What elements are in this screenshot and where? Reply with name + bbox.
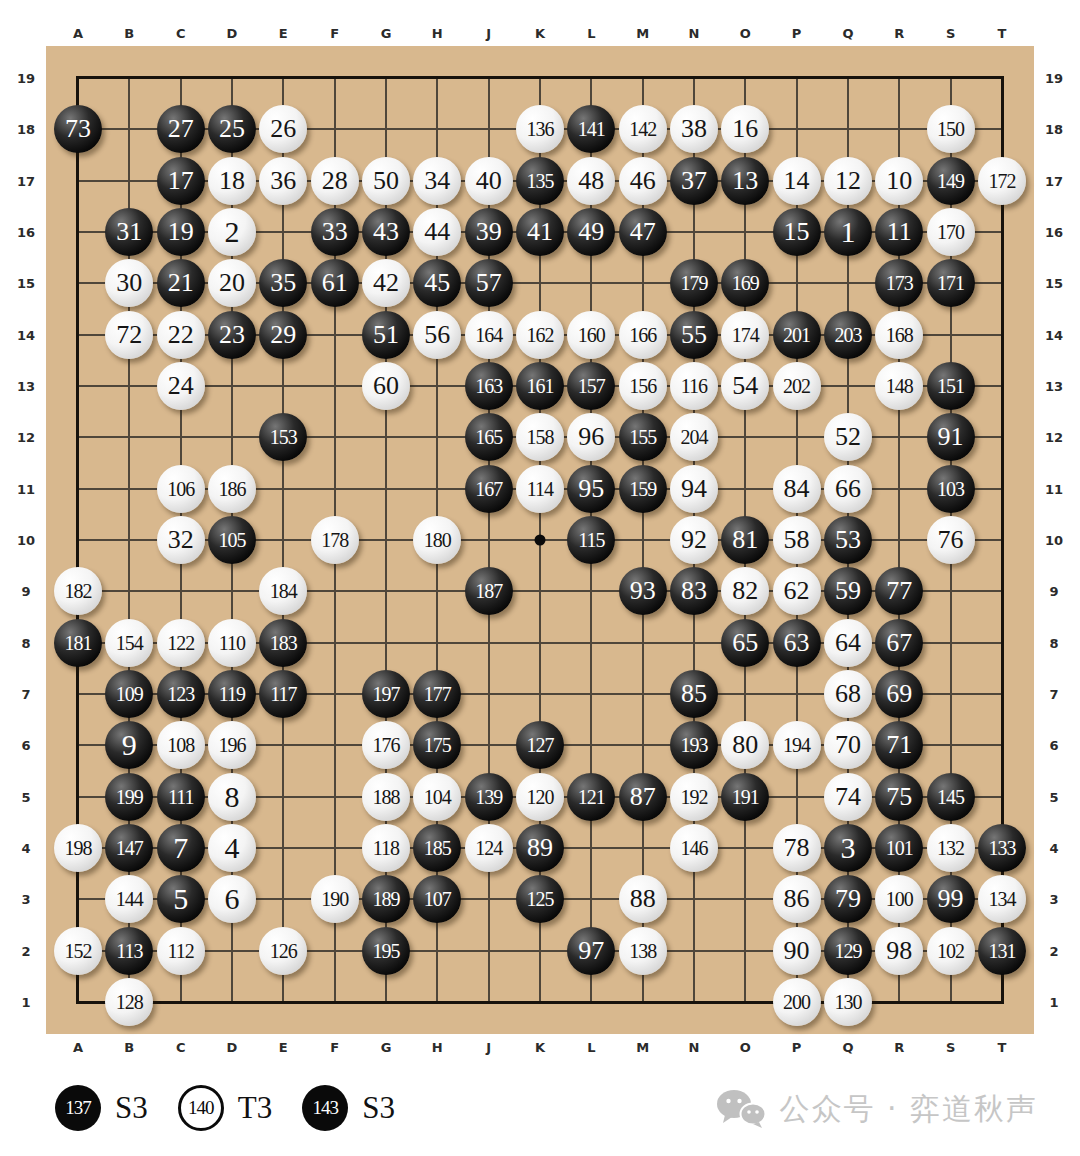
- stone-C11: 106: [157, 465, 205, 513]
- stone-number: 108: [167, 735, 194, 755]
- stone-number: 78: [784, 835, 810, 861]
- stone-number: 86: [784, 886, 810, 912]
- coord-label-bottom: F: [330, 1040, 339, 1055]
- stone-number: 99: [938, 886, 964, 912]
- stone-number: 23: [219, 322, 245, 348]
- stone-C17: 17: [157, 157, 205, 205]
- stone-number: 177: [424, 684, 451, 704]
- stone-F10: 178: [311, 516, 359, 564]
- stone-number: 53: [835, 527, 861, 553]
- coord-label-left: 18: [17, 122, 35, 137]
- stone-E9: 184: [259, 567, 307, 615]
- stone-J15: 57: [465, 259, 513, 307]
- stone-P6: 194: [773, 721, 821, 769]
- coord-label-top: D: [227, 26, 238, 41]
- stone-L17: 48: [567, 157, 615, 205]
- stone-number: 187: [475, 581, 502, 601]
- stone-R4: 101: [875, 824, 923, 872]
- stone-number: 130: [834, 992, 861, 1012]
- stone-Q7: 68: [824, 670, 872, 718]
- stone-number: 178: [321, 530, 348, 550]
- stone-number: 31: [116, 219, 142, 245]
- stone-number: 84: [784, 476, 810, 502]
- stone-B15: 30: [105, 259, 153, 307]
- stone-C4: 7: [157, 824, 205, 872]
- stone-J13: 163: [465, 362, 513, 410]
- stone-number: 136: [526, 119, 553, 139]
- stone-J14: 164: [465, 311, 513, 359]
- coord-label-bottom: T: [998, 1040, 1007, 1055]
- stone-P3: 86: [773, 875, 821, 923]
- coord-label-left: 11: [17, 481, 35, 496]
- stone-number: 195: [372, 941, 399, 961]
- stone-M5: 87: [619, 773, 667, 821]
- stone-number: 189: [372, 889, 399, 909]
- stone-G17: 50: [362, 157, 410, 205]
- stone-number: 179: [680, 273, 707, 293]
- stone-number: 200: [783, 992, 810, 1012]
- stone-C14: 22: [157, 311, 205, 359]
- stone-J16: 39: [465, 208, 513, 256]
- coord-label-right: 16: [1045, 224, 1063, 239]
- stone-number: 133: [988, 838, 1015, 858]
- stone-number: 156: [629, 376, 656, 396]
- stone-L14: 160: [567, 311, 615, 359]
- stone-number: 183: [270, 633, 297, 653]
- stone-E2: 126: [259, 927, 307, 975]
- stone-number: 106: [167, 479, 194, 499]
- stone-N12: 204: [670, 413, 718, 461]
- stone-S3: 99: [927, 875, 975, 923]
- stone-number: 204: [680, 427, 707, 447]
- stone-number: 34: [424, 168, 450, 194]
- coord-label-bottom: C: [176, 1040, 186, 1055]
- stone-number: 186: [218, 479, 245, 499]
- stone-N13: 116: [670, 362, 718, 410]
- coord-label-bottom: Q: [842, 1040, 853, 1055]
- stone-number: 196: [218, 735, 245, 755]
- stone-number: 43: [373, 219, 399, 245]
- stone-number: 175: [424, 735, 451, 755]
- stone-number: 81: [732, 527, 758, 553]
- stone-number: 94: [681, 476, 707, 502]
- legend: 137 S3 140 T3 143 S3: [55, 1083, 425, 1133]
- stone-number: 161: [526, 376, 553, 396]
- stone-number: 194: [783, 735, 810, 755]
- stone-M11: 159: [619, 465, 667, 513]
- stone-H14: 56: [413, 311, 461, 359]
- coord-label-bottom: E: [279, 1040, 288, 1055]
- stone-number: 120: [526, 787, 553, 807]
- stone-number: 180: [424, 530, 451, 550]
- stone-D6: 196: [208, 721, 256, 769]
- stone-number: 54: [732, 373, 758, 399]
- stone-number: 50: [373, 168, 399, 194]
- coord-label-top: T: [998, 26, 1007, 41]
- coord-label-left: 4: [21, 840, 30, 855]
- stone-G13: 60: [362, 362, 410, 410]
- stone-number: 141: [578, 119, 605, 139]
- stone-K6: 127: [516, 721, 564, 769]
- coord-label-top: B: [124, 26, 134, 41]
- stone-R15: 173: [875, 259, 923, 307]
- coord-label-top: E: [279, 26, 288, 41]
- legend-label: T3: [238, 1090, 272, 1126]
- stone-number: 25: [219, 116, 245, 142]
- stone-number: 75: [886, 784, 912, 810]
- stone-number: 199: [116, 787, 143, 807]
- stone-Q6: 70: [824, 721, 872, 769]
- stone-B5: 199: [105, 773, 153, 821]
- stone-number: 201: [783, 325, 810, 345]
- stone-number: 2: [224, 217, 239, 247]
- stone-Q2: 129: [824, 927, 872, 975]
- stone-L12: 96: [567, 413, 615, 461]
- stone-C18: 27: [157, 105, 205, 153]
- coord-label-right: 12: [1045, 430, 1063, 445]
- stone-P16: 15: [773, 208, 821, 256]
- stone-number: 58: [784, 527, 810, 553]
- wechat-icon: [715, 1089, 767, 1129]
- coord-label-left: 6: [21, 738, 30, 753]
- stone-L16: 49: [567, 208, 615, 256]
- stone-F16: 33: [311, 208, 359, 256]
- stone-number: 203: [834, 325, 861, 345]
- stone-number: 72: [116, 322, 142, 348]
- stone-number: 159: [629, 479, 656, 499]
- stone-B4: 147: [105, 824, 153, 872]
- coord-label-bottom: B: [124, 1040, 134, 1055]
- stone-number: 193: [680, 735, 707, 755]
- stone-O8: 65: [721, 619, 769, 667]
- stone-S11: 103: [927, 465, 975, 513]
- stone-C5: 111: [157, 773, 205, 821]
- coord-label-bottom: G: [381, 1040, 392, 1055]
- stone-number: 46: [630, 168, 656, 194]
- stone-number: 39: [476, 219, 502, 245]
- stone-S17: 149: [927, 157, 975, 205]
- coord-label-bottom: R: [894, 1040, 904, 1055]
- coord-label-top: O: [740, 26, 751, 41]
- stone-B2: 113: [105, 927, 153, 975]
- stone-B6: 9: [105, 721, 153, 769]
- stone-number: 44: [424, 219, 450, 245]
- stone-C2: 112: [157, 927, 205, 975]
- stone-number: 61: [322, 270, 348, 296]
- stone-G15: 42: [362, 259, 410, 307]
- stone-number: 8: [224, 782, 239, 812]
- stone-number: 129: [834, 941, 861, 961]
- stone-number: 150: [937, 119, 964, 139]
- coord-label-top: M: [636, 26, 649, 41]
- stone-number: 82: [732, 578, 758, 604]
- coord-label-left: 13: [17, 378, 35, 393]
- coord-label-top: P: [792, 26, 802, 41]
- stone-number: 102: [937, 941, 964, 961]
- stone-number: 103: [937, 479, 964, 499]
- stone-N10: 92: [670, 516, 718, 564]
- stone-number: 63: [784, 630, 810, 656]
- stone-number: 117: [270, 684, 296, 704]
- legend-stone-number: 137: [65, 1097, 91, 1119]
- stone-O6: 80: [721, 721, 769, 769]
- stone-C15: 21: [157, 259, 205, 307]
- stone-M9: 93: [619, 567, 667, 615]
- coord-label-left: 8: [21, 635, 30, 650]
- stone-number: 56: [424, 322, 450, 348]
- coord-label-left: 5: [21, 789, 30, 804]
- stone-Q1: 130: [824, 978, 872, 1026]
- stone-F3: 190: [311, 875, 359, 923]
- stone-C8: 122: [157, 619, 205, 667]
- stone-C7: 123: [157, 670, 205, 718]
- stone-N4: 146: [670, 824, 718, 872]
- stone-number: 163: [475, 376, 502, 396]
- stone-number: 134: [988, 889, 1015, 909]
- stone-M14: 166: [619, 311, 667, 359]
- stone-number: 51: [373, 322, 399, 348]
- stone-number: 154: [116, 633, 143, 653]
- legend-stone-black-143: 143: [302, 1085, 348, 1131]
- stone-number: 29: [270, 322, 296, 348]
- stone-N7: 85: [670, 670, 718, 718]
- stone-number: 64: [835, 630, 861, 656]
- stone-K17: 135: [516, 157, 564, 205]
- coord-label-right: 3: [1049, 892, 1058, 907]
- stone-H4: 185: [413, 824, 461, 872]
- stone-D8: 110: [208, 619, 256, 667]
- stone-number: 147: [116, 838, 143, 858]
- coord-label-bottom: A: [73, 1040, 83, 1055]
- coord-label-right: 15: [1045, 276, 1063, 291]
- stone-number: 132: [937, 838, 964, 858]
- stone-number: 40: [476, 168, 502, 194]
- coord-label-top: H: [432, 26, 443, 41]
- stone-number: 41: [527, 219, 553, 245]
- coord-label-top: L: [587, 26, 595, 41]
- stone-number: 198: [65, 838, 92, 858]
- stone-K18: 136: [516, 105, 564, 153]
- stone-D10: 105: [208, 516, 256, 564]
- stone-E15: 35: [259, 259, 307, 307]
- stone-H7: 177: [413, 670, 461, 718]
- coord-label-left: 16: [17, 224, 35, 239]
- stone-O15: 169: [721, 259, 769, 307]
- stone-F17: 28: [311, 157, 359, 205]
- stone-T4: 133: [978, 824, 1026, 872]
- stone-Q14: 203: [824, 311, 872, 359]
- stone-number: 32: [168, 527, 194, 553]
- stone-J5: 139: [465, 773, 513, 821]
- stone-number: 69: [886, 681, 912, 707]
- stone-S18: 150: [927, 105, 975, 153]
- stone-E18: 26: [259, 105, 307, 153]
- stone-G5: 188: [362, 773, 410, 821]
- stone-H5: 104: [413, 773, 461, 821]
- stone-number: 151: [937, 376, 964, 396]
- coord-label-bottom: S: [946, 1040, 955, 1055]
- stone-number: 95: [578, 476, 604, 502]
- stone-number: 92: [681, 527, 707, 553]
- stone-S13: 151: [927, 362, 975, 410]
- stone-number: 9: [122, 730, 137, 760]
- stone-number: 47: [630, 219, 656, 245]
- coord-label-bottom: O: [740, 1040, 751, 1055]
- stone-Q12: 52: [824, 413, 872, 461]
- stone-number: 171: [937, 273, 964, 293]
- stone-number: 13: [732, 168, 758, 194]
- stone-number: 115: [578, 530, 604, 550]
- stone-L10: 115: [567, 516, 615, 564]
- stone-number: 111: [168, 787, 194, 807]
- coord-label-bottom: M: [636, 1040, 649, 1055]
- stone-number: 98: [886, 938, 912, 964]
- stone-D16: 2: [208, 208, 256, 256]
- stone-number: 1: [840, 217, 855, 247]
- stone-Q5: 74: [824, 773, 872, 821]
- stone-A8: 181: [54, 619, 102, 667]
- legend-stone-white-140: 140: [178, 1085, 224, 1131]
- stone-T2: 131: [978, 927, 1026, 975]
- stone-K5: 120: [516, 773, 564, 821]
- stone-H6: 175: [413, 721, 461, 769]
- legend-stone-black-137: 137: [55, 1085, 101, 1131]
- coord-label-right: 1: [1049, 994, 1058, 1009]
- stone-number: 113: [116, 941, 142, 961]
- stone-number: 62: [784, 578, 810, 604]
- stone-Q4: 3: [824, 824, 872, 872]
- stone-K3: 125: [516, 875, 564, 923]
- stone-A18: 73: [54, 105, 102, 153]
- stone-number: 11: [887, 219, 912, 245]
- stone-number: 144: [116, 889, 143, 909]
- stone-number: 146: [680, 838, 707, 858]
- coord-label-right: 4: [1049, 840, 1058, 855]
- coord-label-top: K: [535, 26, 545, 41]
- coord-label-top: R: [894, 26, 904, 41]
- stone-number: 60: [373, 373, 399, 399]
- stone-number: 104: [424, 787, 451, 807]
- stone-number: 16: [732, 116, 758, 142]
- coord-label-bottom: N: [689, 1040, 700, 1055]
- stone-number: 14: [784, 168, 810, 194]
- stone-number: 20: [219, 270, 245, 296]
- stone-number: 88: [630, 886, 656, 912]
- stone-E12: 153: [259, 413, 307, 461]
- stone-number: 149: [937, 171, 964, 191]
- stone-M3: 88: [619, 875, 667, 923]
- star-point: [534, 534, 545, 545]
- legend-label: S3: [115, 1090, 148, 1126]
- stone-R6: 71: [875, 721, 923, 769]
- stone-L2: 97: [567, 927, 615, 975]
- coord-label-left: 1: [21, 994, 30, 1009]
- stone-D7: 119: [208, 670, 256, 718]
- stone-number: 73: [65, 116, 91, 142]
- stone-N6: 193: [670, 721, 718, 769]
- stone-P13: 202: [773, 362, 821, 410]
- stone-L18: 141: [567, 105, 615, 153]
- stone-N11: 94: [670, 465, 718, 513]
- stone-S4: 132: [927, 824, 975, 872]
- stone-H10: 180: [413, 516, 461, 564]
- stone-P4: 78: [773, 824, 821, 872]
- stone-G14: 51: [362, 311, 410, 359]
- stone-number: 35: [270, 270, 296, 296]
- stone-P2: 90: [773, 927, 821, 975]
- stone-number: 116: [681, 376, 707, 396]
- stone-M17: 46: [619, 157, 667, 205]
- coord-label-left: 12: [17, 430, 35, 445]
- stone-N5: 192: [670, 773, 718, 821]
- stone-S12: 91: [927, 413, 975, 461]
- stone-number: 100: [886, 889, 913, 909]
- stone-number: 96: [578, 424, 604, 450]
- stone-number: 77: [886, 578, 912, 604]
- coord-label-top: F: [330, 26, 339, 41]
- stone-K11: 114: [516, 465, 564, 513]
- stone-E8: 183: [259, 619, 307, 667]
- stone-H16: 44: [413, 208, 461, 256]
- coord-label-right: 5: [1049, 789, 1058, 804]
- stone-number: 174: [732, 325, 759, 345]
- stone-number: 131: [988, 941, 1015, 961]
- stone-number: 148: [886, 376, 913, 396]
- stone-G7: 197: [362, 670, 410, 718]
- stone-N17: 37: [670, 157, 718, 205]
- stone-number: 59: [835, 578, 861, 604]
- coord-label-right: 17: [1045, 173, 1063, 188]
- stone-S15: 171: [927, 259, 975, 307]
- coord-label-left: 9: [21, 584, 30, 599]
- stone-number: 160: [578, 325, 605, 345]
- stone-A4: 198: [54, 824, 102, 872]
- stone-O10: 81: [721, 516, 769, 564]
- coord-label-right: 18: [1045, 122, 1063, 137]
- stone-Q8: 64: [824, 619, 872, 667]
- stone-number: 121: [578, 787, 605, 807]
- stone-K14: 162: [516, 311, 564, 359]
- coord-label-top: C: [176, 26, 186, 41]
- stone-S5: 145: [927, 773, 975, 821]
- stone-R14: 168: [875, 311, 923, 359]
- stone-number: 142: [629, 119, 656, 139]
- coord-label-bottom: P: [792, 1040, 802, 1055]
- stone-number: 105: [218, 530, 245, 550]
- stone-G4: 118: [362, 824, 410, 872]
- stone-O13: 54: [721, 362, 769, 410]
- go-diagram-page: 7327252613614114238161501718362850344013…: [0, 0, 1080, 1156]
- stone-number: 123: [167, 684, 194, 704]
- stone-E7: 117: [259, 670, 307, 718]
- stone-number: 181: [65, 633, 92, 653]
- stone-J12: 165: [465, 413, 513, 461]
- stone-B1: 128: [105, 978, 153, 1026]
- stone-number: 138: [629, 941, 656, 961]
- legend-stone-number: 143: [312, 1097, 338, 1119]
- stone-P9: 62: [773, 567, 821, 615]
- stone-M12: 155: [619, 413, 667, 461]
- stone-C16: 19: [157, 208, 205, 256]
- stone-number: 167: [475, 479, 502, 499]
- stone-E17: 36: [259, 157, 307, 205]
- stone-number: 45: [424, 270, 450, 296]
- stone-number: 89: [527, 835, 553, 861]
- stone-P14: 201: [773, 311, 821, 359]
- stone-number: 112: [168, 941, 194, 961]
- stone-number: 184: [270, 581, 297, 601]
- stone-P8: 63: [773, 619, 821, 667]
